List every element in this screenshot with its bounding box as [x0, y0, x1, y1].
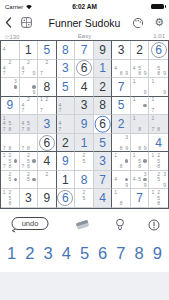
cell-r7c4[interactable]: 9: [57, 152, 76, 171]
user-digit: 6: [155, 44, 162, 56]
pencil-mark: 8: [137, 164, 143, 170]
pencil-marks: 247: [2, 60, 19, 77]
cell-r5c1[interactable]: 14578: [1, 115, 20, 134]
cell-r7c8[interactable]: 158: [131, 152, 150, 171]
back-button[interactable]: [5, 17, 12, 28]
pencil-marks: 589: [150, 60, 168, 77]
pencil-mark: 4: [113, 177, 119, 183]
cell-r4c1[interactable]: 9: [1, 97, 20, 116]
cell-r5c2[interactable]: 4578: [20, 115, 39, 134]
cell-r3c6[interactable]: 2: [94, 78, 113, 97]
pencil-marks: 4578: [20, 116, 37, 133]
cell-r2c9[interactable]: 589: [149, 60, 168, 79]
pencil-mark: 8: [7, 201, 13, 207]
pencil-mark: 2: [7, 60, 13, 66]
pencil-marks: 2: [39, 171, 56, 188]
cell-r1c8[interactable]: 2: [131, 41, 150, 60]
user-digit: 5: [44, 44, 51, 56]
cell-r5c4[interactable]: 47: [57, 115, 76, 134]
candidate-dot: [143, 178, 146, 181]
pencil-mark: 2: [44, 171, 50, 177]
pencil-mark: 9: [142, 182, 148, 188]
chevron-left-icon: [5, 17, 12, 28]
cell-r9c6[interactable]: 4: [94, 189, 113, 208]
pencil-mark: 9: [142, 90, 148, 96]
given-digit: 3: [25, 192, 32, 204]
cell-r5c6[interactable]: 6: [94, 115, 113, 134]
user-digit: 1: [81, 137, 88, 149]
pencil-mark: 3: [142, 171, 148, 177]
cell-r2c6[interactable]: 1: [94, 60, 113, 79]
cell-r1c6[interactable]: 9: [94, 41, 113, 60]
pencil-mark: 7: [150, 108, 156, 114]
gear-icon: ⚙: [154, 17, 164, 28]
key-7[interactable]: 7: [116, 245, 125, 262]
cell-r9c5[interactable]: 25: [75, 189, 94, 208]
pencil-mark: 9: [124, 145, 130, 151]
key-5[interactable]: 5: [80, 245, 89, 262]
pencil-mark: 8: [118, 201, 124, 207]
pencil-marks: 17: [150, 97, 168, 114]
cell-r3c7[interactable]: 7: [112, 78, 131, 97]
given-digit: 1: [25, 44, 32, 56]
cell-r4c6[interactable]: 8: [94, 97, 113, 116]
pencil-mark: 1: [131, 97, 137, 103]
user-digit: 1: [99, 62, 106, 74]
pencil-mark: 7: [20, 71, 26, 77]
user-digit: 5: [62, 81, 69, 93]
pencil-mark: 9: [162, 90, 168, 96]
pencil-mark: 9: [142, 71, 148, 77]
hint-button[interactable]: [115, 217, 125, 235]
pencil-marks: 25: [76, 190, 93, 207]
puzzle-list-button[interactable]: [21, 17, 32, 28]
pencil-mark: 1: [150, 116, 156, 122]
cell-r7c7[interactable]: 18: [112, 152, 131, 171]
cell-r3c9[interactable]: 19: [149, 78, 168, 97]
pencil-mark: 2: [26, 60, 32, 66]
user-digit: 9: [62, 155, 69, 167]
pencil-marks: 19: [150, 79, 168, 96]
cell-r6c3[interactable]: 6: [38, 134, 57, 153]
pencil-marks: 2479: [20, 60, 37, 77]
cell-r7c1[interactable]: 12578: [1, 152, 20, 171]
candidate-dot: [125, 159, 128, 162]
pencil-mark: 2: [44, 60, 50, 66]
pencil-mark: 3: [162, 171, 168, 177]
cell-r4c5[interactable]: 3: [75, 97, 94, 116]
user-digit: 7: [118, 81, 125, 93]
pencil-marks: 47: [57, 116, 74, 133]
undo-label: undo: [22, 219, 39, 228]
cell-r1c3[interactable]: 5: [38, 41, 57, 60]
cell-r4c7[interactable]: 5: [112, 97, 131, 116]
pencil-mark: 8: [26, 145, 32, 151]
given-digit: 4: [44, 155, 51, 167]
user-digit: 3: [62, 62, 69, 74]
cell-r6c5[interactable]: 1: [75, 134, 94, 153]
pencil-marks: 1258: [2, 190, 19, 207]
pencil-mark: 1: [113, 190, 119, 196]
funner-sudoku-screen: Carrier 6:02 AM Funner Sudoku: [0, 0, 169, 300]
user-digit: 6: [62, 192, 69, 204]
cell-r9c2[interactable]: 3: [20, 189, 39, 208]
cell-r2c8[interactable]: 4589: [131, 60, 150, 79]
pencil-mark: 9: [124, 71, 130, 77]
pencil-marks: 18: [131, 116, 148, 133]
cell-r6c6[interactable]: 5: [94, 134, 113, 153]
cell-r1c9[interactable]: 6: [149, 41, 168, 60]
cell-r2c7[interactable]: 489: [112, 60, 131, 79]
mini-grid-icon: [21, 17, 32, 28]
key-8[interactable]: 8: [135, 245, 144, 262]
star-count: ☆130: [4, 33, 19, 40]
cell-r8c8[interactable]: 3459: [131, 171, 150, 190]
given-digit: 6: [81, 62, 88, 74]
pencil-marks: 18: [113, 190, 130, 207]
key-3[interactable]: 3: [43, 245, 52, 262]
pencil-marks: 2359: [150, 171, 168, 188]
cell-r4c3[interactable]: 127: [38, 97, 57, 116]
user-digit: 5: [99, 137, 106, 149]
number-keypad: 123456789: [0, 240, 169, 266]
key-1[interactable]: 1: [7, 245, 16, 262]
cell-r5c7[interactable]: 2: [112, 115, 131, 134]
pencil-mark: 9: [162, 71, 168, 77]
given-digit: 4: [81, 81, 88, 93]
user-digit: 7: [81, 44, 88, 56]
pencil-mark: 9: [124, 182, 130, 188]
user-digit: 7: [99, 174, 106, 186]
pencil-marks: 12578: [2, 153, 19, 170]
cell-r1c1[interactable]: 4: [1, 41, 20, 60]
cell-r9c7[interactable]: 18: [112, 189, 131, 208]
pencil-marks: 158: [131, 153, 148, 170]
cell-r6c2[interactable]: 78: [20, 134, 39, 153]
pencil-marks: 78: [20, 134, 37, 151]
pencil-marks: 3: [2, 79, 19, 96]
pencil-mark: 8: [26, 164, 32, 170]
pencil-marks: 389: [113, 134, 130, 151]
status-bar: Carrier 6:02 AM: [0, 0, 169, 13]
pencil-mark: 5: [26, 177, 32, 183]
wifi-icon: [25, 4, 33, 10]
pencil-mark: 9: [142, 145, 148, 151]
cell-r3c8[interactable]: 19: [131, 78, 150, 97]
cell-r1c4[interactable]: 8: [57, 41, 76, 60]
eraser-icon: [74, 218, 91, 231]
pencil-mark: 1: [113, 153, 119, 159]
cell-r2c1[interactable]: 247: [1, 60, 20, 79]
key-4[interactable]: 4: [62, 245, 71, 262]
cell-r6c1[interactable]: 78: [1, 134, 20, 153]
user-digit: 5: [118, 99, 125, 111]
pencil-marks: 14578: [2, 116, 19, 133]
lightbulb-icon: [115, 218, 125, 231]
cell-r8c9[interactable]: 2359: [149, 171, 168, 190]
candidate-dot: [32, 85, 35, 88]
cell-r8c6[interactable]: 7: [94, 171, 113, 190]
pencil-mark: 7: [2, 71, 8, 77]
user-digit: 3: [44, 118, 51, 130]
cell-r8c3[interactable]: 2: [38, 171, 57, 190]
cell-r2c4[interactable]: 3: [57, 60, 76, 79]
pencil-marks: 9: [20, 79, 37, 96]
given-digit: 8: [99, 99, 106, 111]
cell-r1c7[interactable]: 3: [112, 41, 131, 60]
pencil-mark: 8: [7, 164, 13, 170]
cell-r5c3[interactable]: 3: [38, 115, 57, 134]
candidate-dot: [32, 159, 35, 162]
cell-r5c9[interactable]: 178: [149, 115, 168, 134]
cell-r7c2[interactable]: 2578: [20, 152, 39, 171]
cell-r6c8[interactable]: 89: [131, 134, 150, 153]
footer-band: [0, 272, 169, 300]
pencil-mark: 7: [57, 108, 63, 114]
key-6[interactable]: 6: [98, 245, 107, 262]
cell-r1c5[interactable]: 7: [75, 41, 94, 60]
pencil-mark: 5: [7, 177, 13, 183]
pencil-mark: 8: [118, 164, 124, 170]
cell-r9c3[interactable]: 9: [38, 189, 57, 208]
candidate-dot: [14, 178, 17, 181]
pencil-mark: 8: [156, 201, 162, 207]
cell-r2c3[interactable]: 27: [38, 60, 57, 79]
candidate-dot: [14, 159, 17, 162]
candidate-dot: [143, 104, 146, 107]
key-2[interactable]: 2: [25, 245, 34, 262]
cell-r8c1[interactable]: 25: [1, 171, 20, 190]
pencil-marks: 247: [20, 97, 37, 114]
pencil-marks: 489: [113, 60, 130, 77]
user-digit: 8: [62, 44, 69, 56]
cell-r1c2[interactable]: 1: [20, 41, 39, 60]
pencil-mark: 7: [20, 108, 26, 114]
battery-icon: [151, 4, 164, 10]
given-digit: 6: [99, 118, 106, 130]
cell-r4c9[interactable]: 17: [149, 97, 168, 116]
candidate-dot: [32, 178, 35, 181]
given-digit: 9: [99, 44, 106, 56]
cell-r5c5[interactable]: 9: [75, 115, 94, 134]
candidate-dot: [143, 159, 146, 162]
cell-r8c5[interactable]: 8: [75, 171, 94, 190]
given-digit: 6: [44, 137, 51, 149]
pencil-mark: 7: [39, 71, 45, 77]
timer-label: 1:01: [153, 33, 165, 39]
cell-r7c6[interactable]: 3: [94, 152, 113, 171]
cell-r9c4[interactable]: 6: [57, 189, 76, 208]
user-digit: 2: [118, 118, 125, 130]
pencil-marks: 2578: [20, 153, 37, 170]
pencil-mark: 8: [156, 127, 162, 133]
cell-r6c9[interactable]: 4: [149, 134, 168, 153]
undo-button[interactable]: undo: [9, 216, 51, 237]
pencil-mark: 2: [44, 97, 50, 103]
pencil-mark: 3: [124, 134, 130, 140]
cell-r3c3[interactable]: 8: [38, 78, 57, 97]
given-digit: 9: [44, 192, 51, 204]
candidate-dot: [14, 85, 17, 88]
pencil-mark: 1: [131, 116, 137, 122]
pencil-mark: 8: [137, 127, 143, 133]
pencil-marks: 178: [150, 116, 168, 133]
sudoku-grid: 4158793262472479273614894589589398542719…: [0, 40, 169, 209]
pencil-mark: 8: [7, 127, 13, 133]
pencil-mark: 8: [7, 145, 13, 151]
given-digit: 3: [118, 44, 125, 56]
pencil-marks: 25: [2, 171, 19, 188]
cell-r8c7[interactable]: 49: [112, 171, 131, 190]
check-button[interactable]: [148, 217, 160, 235]
pencil-mark: 1: [150, 79, 156, 85]
pencil-marks: 1: [131, 97, 148, 114]
eraser-button[interactable]: [74, 217, 91, 235]
user-digit: 9: [81, 118, 88, 130]
cell-r8c4[interactable]: 1: [57, 171, 76, 190]
user-digit: 4: [99, 192, 106, 204]
user-digit: 3: [99, 155, 106, 167]
cell-r9c1[interactable]: 1258: [1, 189, 20, 208]
palette-icon: [132, 17, 144, 29]
pencil-marks: 18: [113, 153, 130, 170]
pencil-marks: 19: [131, 79, 148, 96]
pencil-marks: 47: [57, 97, 74, 114]
given-digit: 8: [44, 81, 51, 93]
alert-circle-icon: [148, 219, 160, 231]
user-digit: 7: [136, 192, 143, 204]
given-digit: 1: [62, 174, 69, 186]
candidate-dot: [125, 178, 128, 181]
cell-r4c4[interactable]: 47: [57, 97, 76, 116]
cell-r6c4[interactable]: 2: [57, 134, 76, 153]
pencil-marks: 25: [20, 171, 37, 188]
pencil-mark: 4: [2, 47, 8, 53]
pencil-marks: 1258: [150, 190, 168, 207]
cell-r2c2[interactable]: 2479: [20, 60, 39, 79]
cell-r9c8[interactable]: 7: [131, 189, 150, 208]
pencil-mark: 5: [81, 158, 87, 164]
pencil-marks: 1258: [150, 153, 168, 170]
pencil-mark: 5: [81, 195, 87, 201]
pencil-mark: 3: [13, 79, 19, 85]
pencil-marks: 27: [39, 60, 56, 77]
pencil-marks: 127: [39, 97, 56, 114]
cell-r3c5[interactable]: 4: [75, 78, 94, 97]
key-9[interactable]: 9: [153, 245, 162, 262]
cell-r2c5[interactable]: 6: [75, 60, 94, 79]
difficulty-label: Easy: [78, 33, 91, 39]
pencil-marks: 4589: [131, 60, 148, 77]
theme-button[interactable]: [132, 17, 144, 29]
pencil-mark: 8: [156, 164, 162, 170]
pencil-marks: 89: [131, 134, 148, 151]
user-digit: 9: [6, 99, 13, 111]
cell-r3c1[interactable]: 3: [1, 78, 20, 97]
pencil-marks: 25: [76, 153, 93, 170]
cell-r7c5[interactable]: 25: [75, 152, 94, 171]
cell-r3c4[interactable]: 5: [57, 78, 76, 97]
pencil-mark: 9: [31, 71, 37, 77]
given-digit: 2: [62, 137, 69, 149]
nav-bar: Funner Sudoku ⚙: [0, 13, 169, 32]
pencil-mark: 7: [57, 127, 63, 133]
pencil-marks: 4: [2, 42, 19, 59]
cell-r4c8[interactable]: 1: [131, 97, 150, 116]
star-count-value: 130: [9, 34, 19, 40]
cell-r9c9[interactable]: 1258: [149, 189, 168, 208]
given-digit: 2: [136, 44, 143, 56]
pencil-mark: 2: [26, 97, 32, 103]
carrier-label: Carrier: [5, 4, 23, 10]
cell-r7c3[interactable]: 4: [38, 152, 57, 171]
pencil-mark: 1: [131, 79, 137, 85]
pencil-marks: 49: [113, 171, 130, 188]
pencil-mark: 9: [162, 182, 168, 188]
cell-r3c2[interactable]: 9: [20, 78, 39, 97]
pencil-marks: 78: [2, 134, 19, 151]
given-digit: 3: [81, 99, 88, 111]
user-digit: 4: [155, 137, 162, 149]
cell-r6c7[interactable]: 389: [112, 134, 131, 153]
pencil-mark: 1: [150, 97, 156, 103]
game-status-row: ☆130 Easy 1:01: [0, 32, 169, 40]
page-title: Funner Sudoku: [49, 17, 121, 29]
cell-r4c2[interactable]: 247: [20, 97, 39, 116]
settings-button[interactable]: ⚙: [154, 17, 164, 28]
cell-r8c2[interactable]: 25: [20, 171, 39, 190]
cell-r5c8[interactable]: 18: [131, 115, 150, 134]
given-digit: 2: [99, 81, 106, 93]
pencil-mark: 8: [26, 127, 32, 133]
pencil-marks: 3459: [131, 171, 148, 188]
pencil-mark: 7: [39, 108, 45, 114]
pencil-mark: 9: [31, 90, 37, 96]
toolbar: undo: [0, 215, 169, 237]
user-digit: 8: [81, 174, 88, 186]
clock-label: 6:02 AM: [72, 3, 97, 10]
cell-r7c9[interactable]: 1258: [149, 152, 168, 171]
